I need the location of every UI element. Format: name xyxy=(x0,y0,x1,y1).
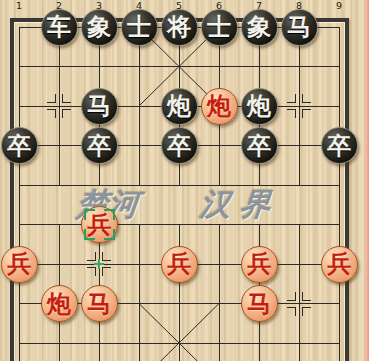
piece-character: 士 xyxy=(127,15,151,39)
piece-character: 兵 xyxy=(327,252,351,276)
selection-corner xyxy=(84,229,95,240)
piece-character: 马 xyxy=(287,15,311,39)
point-marker xyxy=(47,94,71,118)
piece-character: 士 xyxy=(207,15,231,39)
piece-black-elephant[interactable]: 象 xyxy=(81,9,118,46)
piece-red-soldier[interactable]: 兵 xyxy=(241,246,278,283)
point-marker-corner xyxy=(287,292,296,301)
piece-character: 将 xyxy=(167,15,191,39)
piece-red-horse[interactable]: 马 xyxy=(241,285,278,322)
piece-character: 卒 xyxy=(87,134,111,158)
piece-character: 卒 xyxy=(327,134,351,158)
point-marker-corner xyxy=(62,94,71,103)
move-origin-marker xyxy=(94,259,104,269)
point-marker-corner xyxy=(302,109,311,118)
piece-black-soldier[interactable]: 卒 xyxy=(1,127,38,164)
window-edge-strip xyxy=(365,0,369,361)
point-marker-corner xyxy=(287,94,296,103)
piece-black-advisor[interactable]: 士 xyxy=(201,9,238,46)
piece-character: 马 xyxy=(87,94,111,118)
point-marker xyxy=(287,292,311,316)
piece-character: 炮 xyxy=(247,94,271,118)
piece-red-cannon[interactable]: 炮 xyxy=(201,88,238,125)
piece-black-horse[interactable]: 马 xyxy=(281,9,318,46)
piece-character: 兵 xyxy=(167,252,191,276)
piece-black-soldier[interactable]: 卒 xyxy=(241,127,278,164)
piece-black-chariot[interactable]: 车 xyxy=(41,9,78,46)
piece-character: 炮 xyxy=(207,94,231,118)
selection-corner xyxy=(84,209,95,220)
piece-red-soldier[interactable]: 兵 xyxy=(161,246,198,283)
point-marker-corner xyxy=(302,94,311,103)
piece-character: 卒 xyxy=(7,134,31,158)
piece-character: 象 xyxy=(247,15,271,39)
piece-black-soldier[interactable]: 卒 xyxy=(321,127,358,164)
piece-character: 象 xyxy=(87,15,111,39)
selection-corner xyxy=(104,209,115,220)
river-label-right: 汉界 xyxy=(198,186,282,222)
piece-red-horse[interactable]: 马 xyxy=(81,285,118,322)
piece-character: 炮 xyxy=(47,292,71,316)
piece-black-soldier[interactable]: 卒 xyxy=(161,127,198,164)
piece-character: 兵 xyxy=(7,252,31,276)
piece-character: 车 xyxy=(47,15,71,39)
piece-character: 炮 xyxy=(167,94,191,118)
piece-red-cannon[interactable]: 炮 xyxy=(41,285,78,322)
xiangqi-board: 123456789 楚河 汉界 车象士将士象马马炮炮炮卒卒卒卒卒兵兵兵兵炮马马兵 xyxy=(0,0,369,361)
point-marker-corner xyxy=(287,307,296,316)
piece-character: 卒 xyxy=(167,134,191,158)
piece-black-advisor[interactable]: 士 xyxy=(121,9,158,46)
piece-black-cannon[interactable]: 炮 xyxy=(241,88,278,125)
selection-corner xyxy=(104,229,115,240)
piece-black-soldier[interactable]: 卒 xyxy=(81,127,118,164)
point-marker-corner xyxy=(302,292,311,301)
piece-character: 马 xyxy=(247,292,271,316)
piece-character: 马 xyxy=(87,292,111,316)
point-marker-corner xyxy=(62,109,71,118)
piece-character: 兵 xyxy=(247,252,271,276)
piece-character: 卒 xyxy=(247,134,271,158)
point-marker-corner xyxy=(47,94,56,103)
point-marker-corner xyxy=(47,109,56,118)
piece-black-cannon[interactable]: 炮 xyxy=(161,88,198,125)
point-marker-corner xyxy=(302,307,311,316)
piece-red-soldier[interactable]: 兵 xyxy=(321,246,358,283)
piece-black-general[interactable]: 将 xyxy=(161,9,198,46)
file-label: 9 xyxy=(336,0,342,12)
point-marker-corner xyxy=(287,109,296,118)
point-marker xyxy=(287,94,311,118)
piece-red-soldier[interactable]: 兵 xyxy=(81,206,118,243)
piece-red-soldier[interactable]: 兵 xyxy=(1,246,38,283)
piece-black-elephant[interactable]: 象 xyxy=(241,9,278,46)
piece-black-horse[interactable]: 马 xyxy=(81,88,118,125)
file-label: 1 xyxy=(16,0,22,12)
